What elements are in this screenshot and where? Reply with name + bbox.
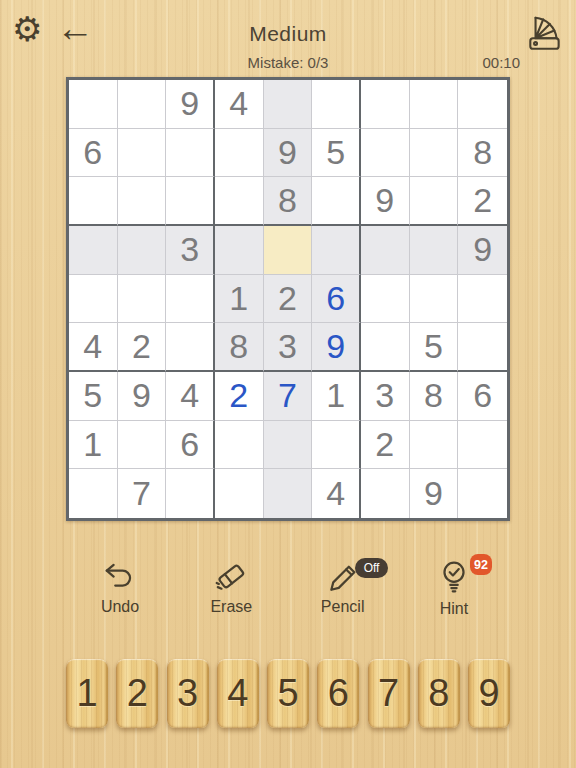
- cell-r7c5[interactable]: 7: [264, 372, 313, 421]
- numpad-tile-7[interactable]: 7: [368, 659, 410, 728]
- undo-button[interactable]: Undo: [80, 558, 160, 624]
- sudoku-grid: 94695889239126428395594271386162749: [66, 77, 510, 521]
- cell-r3c4[interactable]: [215, 177, 264, 226]
- toolbar: Undo Erase Pencil Off Hint 92: [80, 558, 494, 624]
- cell-r9c3[interactable]: [166, 469, 215, 518]
- swatch-fan-icon: [526, 12, 564, 54]
- hint-label: Hint: [440, 600, 468, 618]
- cell-r5c8[interactable]: [410, 275, 459, 324]
- cell-r4c7[interactable]: [361, 226, 410, 275]
- numpad-tile-8[interactable]: 8: [418, 659, 460, 728]
- cell-r7c9[interactable]: 6: [458, 372, 507, 421]
- cell-r2c7[interactable]: [361, 129, 410, 178]
- cell-r3c9[interactable]: 2: [458, 177, 507, 226]
- numpad-tile-4[interactable]: 4: [217, 659, 259, 728]
- theme-swatch-icon[interactable]: [526, 12, 564, 58]
- cell-r3c5[interactable]: 8: [264, 177, 313, 226]
- cell-r3c7[interactable]: 9: [361, 177, 410, 226]
- pencil-off-badge: Off: [355, 558, 389, 578]
- cell-r2c8[interactable]: [410, 129, 459, 178]
- cell-r1c1[interactable]: [69, 80, 118, 129]
- cell-r6c2[interactable]: 2: [118, 323, 167, 372]
- cell-r2c9[interactable]: 8: [458, 129, 507, 178]
- cell-r1c8[interactable]: [410, 80, 459, 129]
- numpad-tile-2[interactable]: 2: [116, 659, 158, 728]
- numpad-tile-5[interactable]: 5: [267, 659, 309, 728]
- undo-icon: [102, 560, 138, 592]
- cell-r9c5[interactable]: [264, 469, 313, 518]
- numpad-tile-1[interactable]: 1: [66, 659, 108, 728]
- cell-r2c2[interactable]: [118, 129, 167, 178]
- cell-r5c7[interactable]: [361, 275, 410, 324]
- cell-r8c3[interactable]: 6: [166, 421, 215, 470]
- cell-r3c8[interactable]: [410, 177, 459, 226]
- cell-r8c8[interactable]: [410, 421, 459, 470]
- cell-r3c3[interactable]: [166, 177, 215, 226]
- cell-r8c4[interactable]: [215, 421, 264, 470]
- cell-r7c8[interactable]: 8: [410, 372, 459, 421]
- cell-r4c9[interactable]: 9: [458, 226, 507, 275]
- numpad-tile-9[interactable]: 9: [468, 659, 510, 728]
- numpad-tile-6[interactable]: 6: [317, 659, 359, 728]
- cell-r9c9[interactable]: [458, 469, 507, 518]
- cell-r1c2[interactable]: [118, 80, 167, 129]
- cell-r5c5[interactable]: 2: [264, 275, 313, 324]
- cell-r4c1[interactable]: [69, 226, 118, 275]
- cell-r9c7[interactable]: [361, 469, 410, 518]
- number-pad: 123456789: [66, 659, 510, 728]
- cell-r8c9[interactable]: [458, 421, 507, 470]
- cell-r3c1[interactable]: [69, 177, 118, 226]
- cell-r4c3[interactable]: 3: [166, 226, 215, 275]
- cell-r4c2[interactable]: [118, 226, 167, 275]
- cell-r4c5[interactable]: [264, 226, 313, 275]
- numpad-tile-3[interactable]: 3: [167, 659, 209, 728]
- cell-r8c6[interactable]: [312, 421, 361, 470]
- cell-r2c3[interactable]: [166, 129, 215, 178]
- cell-r1c3[interactable]: 9: [166, 80, 215, 129]
- cell-r7c6[interactable]: 1: [312, 372, 361, 421]
- cell-r9c6[interactable]: 4: [312, 469, 361, 518]
- cell-r7c3[interactable]: 4: [166, 372, 215, 421]
- cell-r6c7[interactable]: [361, 323, 410, 372]
- cell-r7c1[interactable]: 5: [69, 372, 118, 421]
- cell-r8c7[interactable]: 2: [361, 421, 410, 470]
- cell-r4c4[interactable]: [215, 226, 264, 275]
- cell-r2c4[interactable]: [215, 129, 264, 178]
- erase-button[interactable]: Erase: [191, 558, 271, 624]
- cell-r8c5[interactable]: [264, 421, 313, 470]
- cell-r3c2[interactable]: [118, 177, 167, 226]
- game-timer: 00:10: [482, 54, 520, 71]
- cell-r4c6[interactable]: [312, 226, 361, 275]
- cell-r7c4[interactable]: 2: [215, 372, 264, 421]
- cell-r5c1[interactable]: [69, 275, 118, 324]
- cell-r9c4[interactable]: [215, 469, 264, 518]
- eraser-icon: [213, 560, 249, 592]
- pencil-button[interactable]: Pencil Off: [303, 558, 383, 624]
- undo-label: Undo: [101, 598, 139, 616]
- cell-r9c2[interactable]: 7: [118, 469, 167, 518]
- difficulty-title: Medium: [0, 22, 576, 46]
- cell-r8c2[interactable]: [118, 421, 167, 470]
- cell-r6c3[interactable]: [166, 323, 215, 372]
- cell-r6c9[interactable]: [458, 323, 507, 372]
- cell-r5c2[interactable]: [118, 275, 167, 324]
- cell-r9c8[interactable]: 9: [410, 469, 459, 518]
- cell-r1c9[interactable]: [458, 80, 507, 129]
- cell-r6c4[interactable]: 8: [215, 323, 264, 372]
- cell-r7c2[interactable]: 9: [118, 372, 167, 421]
- cell-r6c6[interactable]: 9: [312, 323, 361, 372]
- hint-button[interactable]: Hint 92: [414, 558, 494, 624]
- cell-r5c4[interactable]: 1: [215, 275, 264, 324]
- pencil-label: Pencil: [321, 598, 365, 616]
- cell-r5c3[interactable]: [166, 275, 215, 324]
- erase-label: Erase: [210, 598, 252, 616]
- hint-count-badge: 92: [470, 554, 492, 575]
- cell-r6c1[interactable]: 4: [69, 323, 118, 372]
- cell-r2c6[interactable]: 5: [312, 129, 361, 178]
- cell-r8c1[interactable]: 1: [69, 421, 118, 470]
- cell-r9c1[interactable]: [69, 469, 118, 518]
- cell-r5c9[interactable]: [458, 275, 507, 324]
- cell-r2c1[interactable]: 6: [69, 129, 118, 178]
- cell-r7c7[interactable]: 3: [361, 372, 410, 421]
- cell-r5c6[interactable]: 6: [312, 275, 361, 324]
- cell-r2c5[interactable]: 9: [264, 129, 313, 178]
- cell-r1c4[interactable]: 4: [215, 80, 264, 129]
- cell-r1c5[interactable]: [264, 80, 313, 129]
- cell-r4c8[interactable]: [410, 226, 459, 275]
- cell-r6c8[interactable]: 5: [410, 323, 459, 372]
- cell-r3c6[interactable]: [312, 177, 361, 226]
- cell-r6c5[interactable]: 3: [264, 323, 313, 372]
- cell-r1c6[interactable]: [312, 80, 361, 129]
- hint-lightbulb-icon: [436, 560, 472, 594]
- cell-r1c7[interactable]: [361, 80, 410, 129]
